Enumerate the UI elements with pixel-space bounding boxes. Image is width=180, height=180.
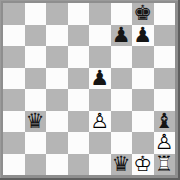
square-f1-black-queen[interactable]: ♛ [111,154,133,176]
square-f5[interactable] [111,68,133,90]
square-g5[interactable] [132,68,154,90]
white-pawn-fill: ♟ [89,111,111,133]
white-rook-icon: ♖ [154,154,176,176]
black-queen-icon: ♛ [111,154,133,176]
square-b7[interactable] [25,25,47,47]
square-g3[interactable] [132,111,154,133]
square-a6[interactable] [3,46,25,68]
square-c5[interactable] [46,68,68,90]
square-f8[interactable] [111,3,133,25]
square-h1-white-rook[interactable]: ♜♖ [154,154,176,176]
square-g2[interactable] [132,132,154,154]
square-h5[interactable] [154,68,176,90]
square-d5[interactable] [68,68,90,90]
square-f2[interactable] [111,132,133,154]
square-d1[interactable] [68,154,90,176]
square-c1[interactable] [46,154,68,176]
square-h4[interactable] [154,89,176,111]
square-h7[interactable] [154,25,176,47]
white-pawn-icon: ♙ [89,111,111,133]
square-c8[interactable] [46,3,68,25]
white-king-fill: ♚ [132,154,154,176]
square-a3[interactable] [3,111,25,133]
square-g6[interactable] [132,46,154,68]
square-e4[interactable] [89,89,111,111]
square-b6[interactable] [25,46,47,68]
square-d4[interactable] [68,89,90,111]
square-a8[interactable] [3,3,25,25]
square-c3[interactable] [46,111,68,133]
square-d3[interactable] [68,111,90,133]
black-queen-icon: ♛ [25,111,47,133]
square-c7[interactable] [46,25,68,47]
white-pawn-icon: ♙ [154,132,176,154]
square-a4[interactable] [3,89,25,111]
black-king-icon: ♚ [132,3,154,25]
square-d7[interactable] [68,25,90,47]
square-g1-white-king[interactable]: ♚♔ [132,154,154,176]
white-rook-fill: ♜ [154,154,176,176]
square-g7-black-pawn[interactable]: ♟ [132,25,154,47]
square-e8[interactable] [89,3,111,25]
square-d6[interactable] [68,46,90,68]
square-b8[interactable] [25,3,47,25]
square-b4[interactable] [25,89,47,111]
square-e7[interactable] [89,25,111,47]
square-e5-black-pawn[interactable]: ♟ [89,68,111,90]
square-f3[interactable] [111,111,133,133]
square-b3-black-queen[interactable]: ♛ [25,111,47,133]
square-e2[interactable] [89,132,111,154]
square-b5[interactable] [25,68,47,90]
square-c2[interactable] [46,132,68,154]
square-a1[interactable] [3,154,25,176]
square-g4[interactable] [132,89,154,111]
square-e6[interactable] [89,46,111,68]
white-king-icon: ♔ [132,154,154,176]
square-f6[interactable] [111,46,133,68]
square-c4[interactable] [46,89,68,111]
white-pawn-fill: ♟ [154,132,176,154]
chess-board: ♚♟♟♟♛♟♙♝♟♙♛♚♔♜♖ [0,0,180,180]
square-h2-white-pawn[interactable]: ♟♙ [154,132,176,154]
square-a2[interactable] [3,132,25,154]
square-a7[interactable] [3,25,25,47]
square-c6[interactable] [46,46,68,68]
square-d2[interactable] [68,132,90,154]
black-bishop-icon: ♝ [154,111,176,133]
square-f4[interactable] [111,89,133,111]
black-pawn-icon: ♟ [111,25,133,47]
square-f7-black-pawn[interactable]: ♟ [111,25,133,47]
square-h6[interactable] [154,46,176,68]
square-g8-black-king[interactable]: ♚ [132,3,154,25]
square-e3-white-pawn[interactable]: ♟♙ [89,111,111,133]
square-b2[interactable] [25,132,47,154]
square-a5[interactable] [3,68,25,90]
square-e1[interactable] [89,154,111,176]
black-pawn-icon: ♟ [132,25,154,47]
square-h8[interactable] [154,3,176,25]
black-pawn-icon: ♟ [89,68,111,90]
square-h3-black-bishop[interactable]: ♝ [154,111,176,133]
square-b1[interactable] [25,154,47,176]
chess-board-grid: ♚♟♟♟♛♟♙♝♟♙♛♚♔♜♖ [3,3,175,175]
square-d8[interactable] [68,3,90,25]
